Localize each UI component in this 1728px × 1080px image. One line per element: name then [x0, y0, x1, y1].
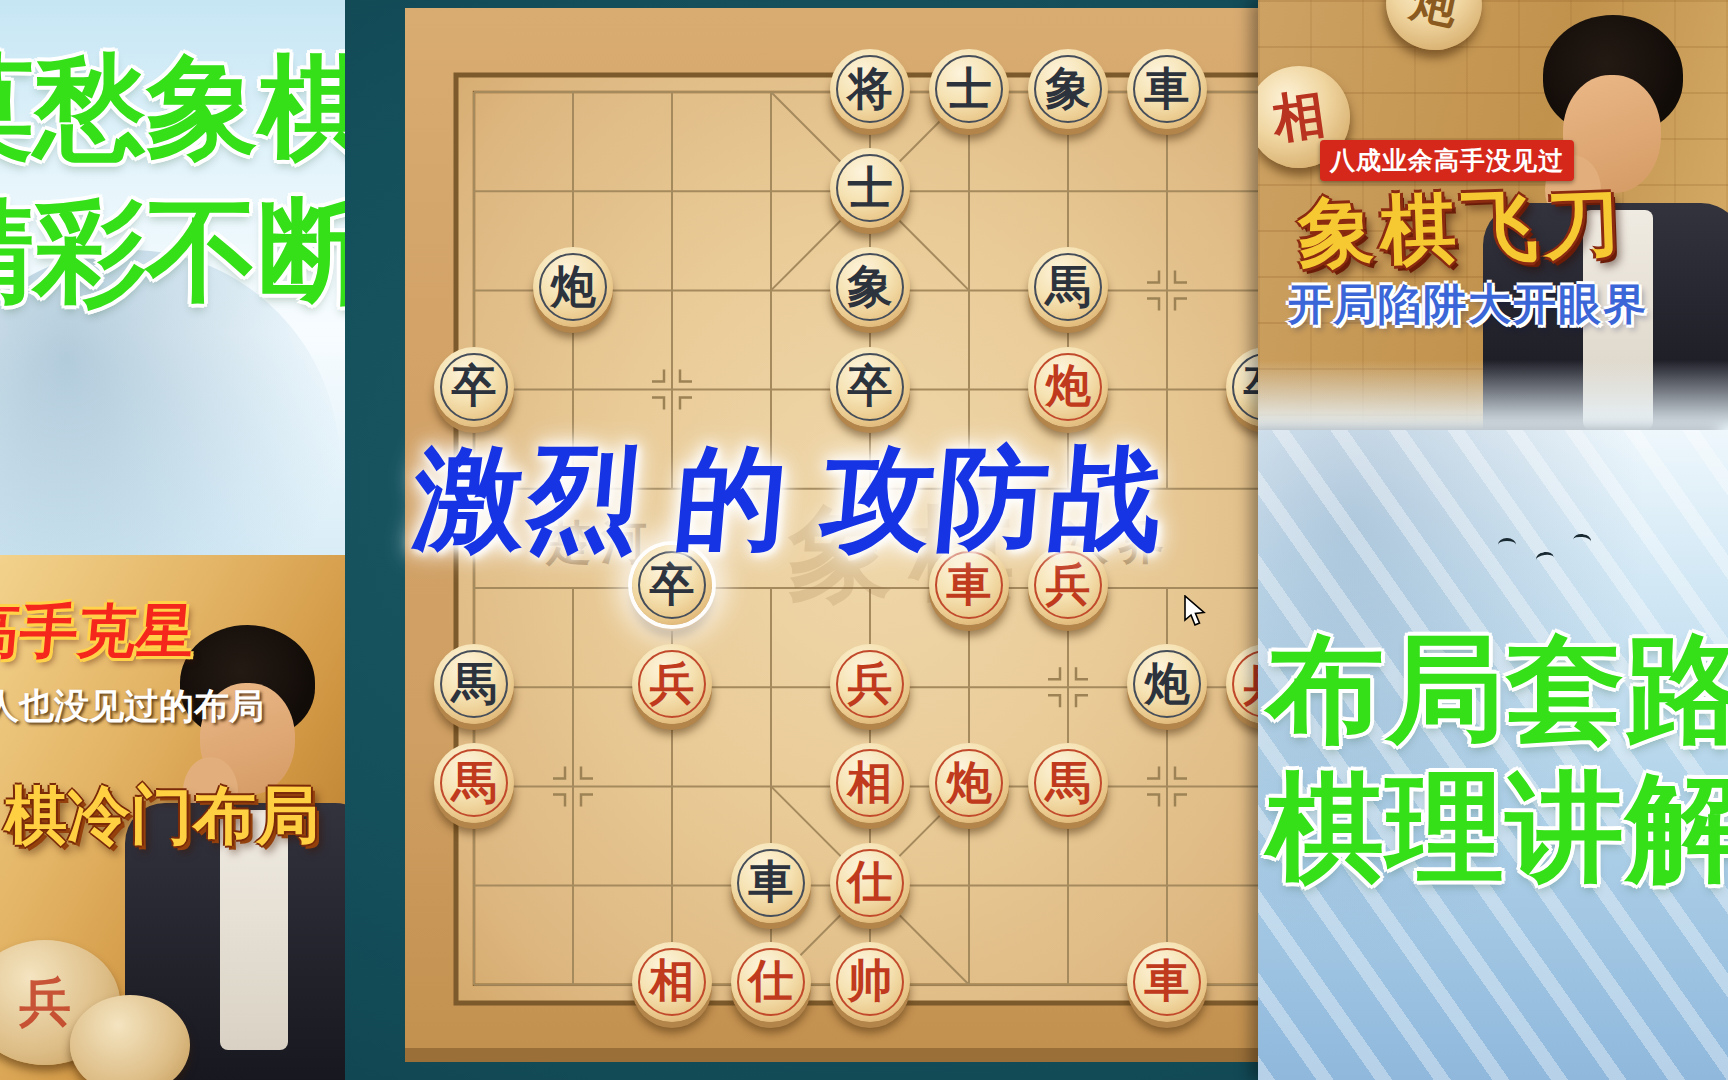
piece-red-horse[interactable]: 馬 — [1028, 743, 1108, 823]
piece-ring — [1133, 55, 1201, 123]
mouse-cursor-icon — [1183, 595, 1209, 627]
piece-black-general[interactable]: 将 — [830, 49, 910, 129]
bird-icon — [1498, 538, 1516, 551]
piece-ring — [836, 154, 904, 222]
piece-black-elephant[interactable]: 象 — [830, 247, 910, 327]
piece-ring — [1133, 948, 1201, 1016]
thumb-subtitle-white: 人也没见过的布局 — [0, 683, 264, 730]
thumb-text-line1: 布局套路 — [1266, 630, 1728, 748]
piece-ring — [836, 650, 904, 718]
piece-red-horse[interactable]: 馬 — [434, 743, 514, 823]
piece-ring — [836, 749, 904, 817]
piece-ring — [638, 948, 706, 1016]
piece-red-cannon[interactable]: 炮 — [1028, 347, 1108, 427]
ice-texture — [1258, 430, 1728, 1080]
thumbnail-bottom-left[interactable]: 兵 高手克星 人也没见过的布局 棋冷门布局 — [0, 555, 345, 1080]
piece-black-advisor[interactable]: 士 — [830, 148, 910, 228]
piece-ring — [836, 849, 904, 917]
thumb-title-gold: 象棋飞刀 — [1296, 172, 1627, 286]
video-caption-overlay: 激烈 的 攻防战 — [407, 424, 1200, 575]
piece-black-elephant[interactable]: 象 — [1028, 49, 1108, 129]
piece-red-soldier[interactable]: 兵 — [830, 644, 910, 724]
piece-black-chariot[interactable]: 車 — [1127, 49, 1207, 129]
piece-ring — [935, 55, 1003, 123]
piece-ring — [1034, 253, 1102, 321]
thumb-caption-gold: 棋冷门布局 — [4, 773, 319, 859]
piece-black-horse[interactable]: 馬 — [1028, 247, 1108, 327]
piece-ring — [440, 749, 508, 817]
thumbnail-top-right[interactable]: 相 炮 八成业余高手没见过 象棋飞刀 开局陷阱大开眼界 — [1258, 0, 1728, 430]
piece-black-cannon[interactable]: 炮 — [533, 247, 613, 327]
piece-ring — [836, 948, 904, 1016]
piece-black-horse[interactable]: 馬 — [434, 644, 514, 724]
piece-black-chariot[interactable]: 車 — [731, 843, 811, 923]
piece-ring — [638, 650, 706, 718]
piece-red-elephant[interactable]: 相 — [830, 743, 910, 823]
piece-red-soldier[interactable]: 兵 — [632, 644, 712, 724]
piece-ring — [1034, 749, 1102, 817]
piece-ring — [737, 948, 805, 1016]
piece-red-advisor[interactable]: 仕 — [731, 942, 811, 1022]
piece-ring — [935, 749, 1003, 817]
thumb-text-line2: 棋理讲解 — [1266, 768, 1728, 886]
piece-black-cannon[interactable]: 炮 — [1127, 644, 1207, 724]
thumbnail-bottom-right[interactable]: 布局套路 棋理讲解 — [1258, 430, 1728, 1080]
piece-ring — [1133, 650, 1201, 718]
thumb-subtitle-blue: 开局陷阱大开眼界 — [1288, 276, 1648, 334]
piece-red-general[interactable]: 帅 — [830, 942, 910, 1022]
bird-icon — [1535, 551, 1555, 566]
thumbnail-top-left[interactable]: 莫愁象棋 精彩不断 — [0, 0, 345, 555]
piece-red-cannon[interactable]: 炮 — [929, 743, 1009, 823]
piece-black-soldier[interactable]: 卒 — [434, 347, 514, 427]
piece-ring — [440, 650, 508, 718]
piece-red-chariot[interactable]: 車 — [1127, 942, 1207, 1022]
thumb-text-line2: 精彩不断 — [0, 196, 345, 308]
piece-black-advisor[interactable]: 士 — [929, 49, 1009, 129]
piece-ring — [440, 353, 508, 421]
thumb-text-line1: 莫愁象棋 — [0, 52, 345, 164]
piece-ring — [836, 253, 904, 321]
piece-ring — [539, 253, 607, 321]
piece-ring — [1034, 353, 1102, 421]
video-frame: { "game": "xiangqi", "overlay_title": "激… — [0, 0, 1728, 1080]
piece-ring — [836, 353, 904, 421]
piece-black-soldier[interactable]: 卒 — [830, 347, 910, 427]
piece-red-advisor[interactable]: 仕 — [830, 843, 910, 923]
thumb-title-red: 高手克星 — [0, 593, 197, 671]
piece-red-elephant[interactable]: 相 — [632, 942, 712, 1022]
panel-fade — [1258, 360, 1728, 430]
piece-ring — [737, 849, 805, 917]
piece-ring — [836, 55, 904, 123]
piece-ring — [1034, 55, 1102, 123]
